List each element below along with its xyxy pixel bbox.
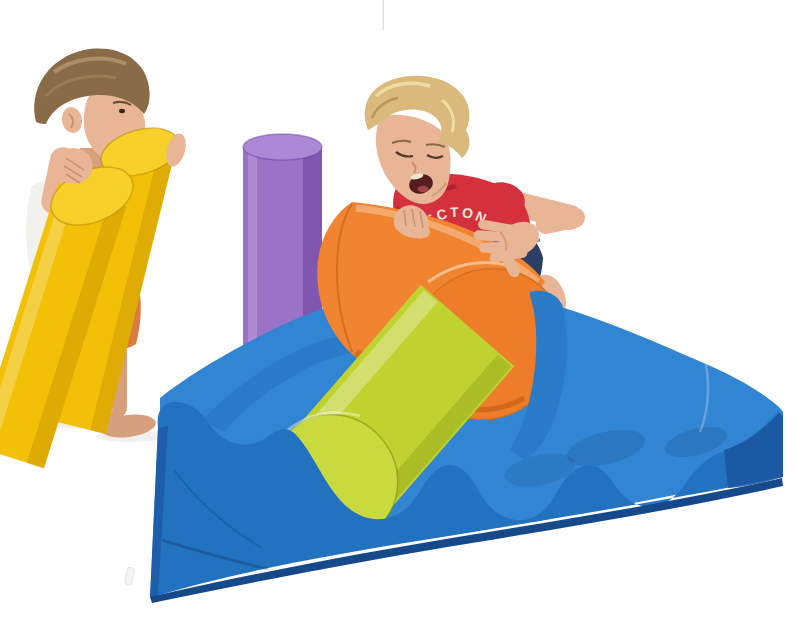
background-artifact-line xyxy=(383,0,384,30)
product-photo: ECTON 89 xyxy=(0,0,800,621)
base-care-tag xyxy=(124,567,134,585)
purple-cylinder-highlight xyxy=(248,152,257,355)
right-child-tongue xyxy=(418,186,429,192)
photo-scene: ECTON 89 xyxy=(0,0,800,621)
left-child-grip-hand xyxy=(56,148,92,184)
